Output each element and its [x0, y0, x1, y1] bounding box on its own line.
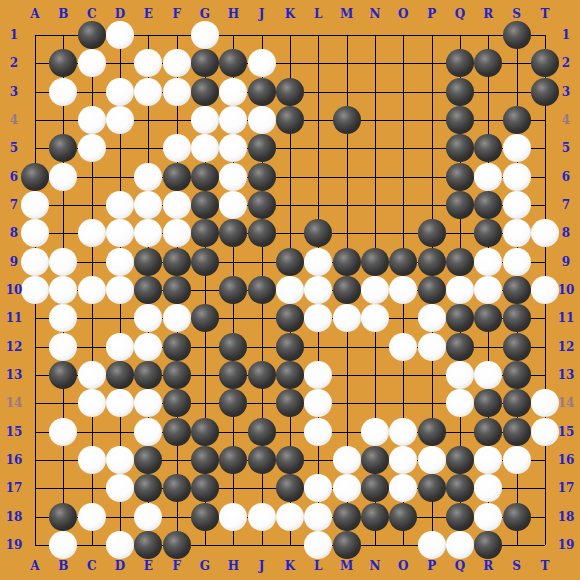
point-S4[interactable]	[502, 106, 530, 134]
point-J1[interactable]	[247, 21, 275, 49]
point-P15[interactable]	[417, 417, 445, 445]
point-E18[interactable]	[134, 502, 162, 530]
point-P1[interactable]	[417, 21, 445, 49]
point-R7[interactable]	[474, 191, 502, 219]
point-P2[interactable]	[417, 49, 445, 77]
point-F18[interactable]	[162, 502, 190, 530]
point-P18[interactable]	[417, 502, 445, 530]
point-P14[interactable]	[417, 389, 445, 417]
point-A18[interactable]	[21, 502, 49, 530]
point-L4[interactable]	[304, 106, 332, 134]
point-C19[interactable]	[77, 531, 105, 559]
point-K17[interactable]	[276, 474, 304, 502]
point-B1[interactable]	[49, 21, 77, 49]
point-F14[interactable]	[162, 389, 190, 417]
point-L17[interactable]	[304, 474, 332, 502]
point-T14[interactable]	[531, 389, 559, 417]
point-T12[interactable]	[531, 332, 559, 360]
point-D17[interactable]	[106, 474, 134, 502]
point-N4[interactable]	[361, 106, 389, 134]
point-G13[interactable]	[191, 361, 219, 389]
point-J14[interactable]	[247, 389, 275, 417]
point-Q1[interactable]	[446, 21, 474, 49]
point-E11[interactable]	[134, 304, 162, 332]
point-J13[interactable]	[247, 361, 275, 389]
point-N16[interactable]	[361, 446, 389, 474]
point-N8[interactable]	[361, 219, 389, 247]
point-G1[interactable]	[191, 21, 219, 49]
point-M16[interactable]	[332, 446, 360, 474]
point-H1[interactable]	[219, 21, 247, 49]
point-K10[interactable]	[276, 276, 304, 304]
point-P16[interactable]	[417, 446, 445, 474]
point-C11[interactable]	[77, 304, 105, 332]
point-H9[interactable]	[219, 247, 247, 275]
point-T10[interactable]	[531, 276, 559, 304]
point-A9[interactable]	[21, 247, 49, 275]
point-P6[interactable]	[417, 162, 445, 190]
point-E3[interactable]	[134, 77, 162, 105]
point-M7[interactable]	[332, 191, 360, 219]
point-Q7[interactable]	[446, 191, 474, 219]
point-H13[interactable]	[219, 361, 247, 389]
point-T6[interactable]	[531, 162, 559, 190]
point-O9[interactable]	[389, 247, 417, 275]
point-G15[interactable]	[191, 417, 219, 445]
point-L6[interactable]	[304, 162, 332, 190]
point-O7[interactable]	[389, 191, 417, 219]
point-S1[interactable]	[502, 21, 530, 49]
point-B9[interactable]	[49, 247, 77, 275]
point-H14[interactable]	[219, 389, 247, 417]
point-Q19[interactable]	[446, 531, 474, 559]
point-H19[interactable]	[219, 531, 247, 559]
point-A13[interactable]	[21, 361, 49, 389]
point-O5[interactable]	[389, 134, 417, 162]
point-O2[interactable]	[389, 49, 417, 77]
point-T17[interactable]	[531, 474, 559, 502]
point-O15[interactable]	[389, 417, 417, 445]
point-N17[interactable]	[361, 474, 389, 502]
point-H4[interactable]	[219, 106, 247, 134]
point-C5[interactable]	[77, 134, 105, 162]
point-E2[interactable]	[134, 49, 162, 77]
point-C1[interactable]	[77, 21, 105, 49]
point-D5[interactable]	[106, 134, 134, 162]
point-G8[interactable]	[191, 219, 219, 247]
point-G5[interactable]	[191, 134, 219, 162]
point-P12[interactable]	[417, 332, 445, 360]
point-A17[interactable]	[21, 474, 49, 502]
point-J16[interactable]	[247, 446, 275, 474]
point-N10[interactable]	[361, 276, 389, 304]
point-L1[interactable]	[304, 21, 332, 49]
point-D14[interactable]	[106, 389, 134, 417]
point-Q18[interactable]	[446, 502, 474, 530]
point-B10[interactable]	[49, 276, 77, 304]
point-S6[interactable]	[502, 162, 530, 190]
point-Q16[interactable]	[446, 446, 474, 474]
point-J10[interactable]	[247, 276, 275, 304]
point-R15[interactable]	[474, 417, 502, 445]
point-F8[interactable]	[162, 219, 190, 247]
point-S13[interactable]	[502, 361, 530, 389]
point-E4[interactable]	[134, 106, 162, 134]
point-G14[interactable]	[191, 389, 219, 417]
point-G6[interactable]	[191, 162, 219, 190]
point-D8[interactable]	[106, 219, 134, 247]
point-O12[interactable]	[389, 332, 417, 360]
point-F9[interactable]	[162, 247, 190, 275]
point-A7[interactable]	[21, 191, 49, 219]
point-L7[interactable]	[304, 191, 332, 219]
point-L12[interactable]	[304, 332, 332, 360]
point-R6[interactable]	[474, 162, 502, 190]
point-J17[interactable]	[247, 474, 275, 502]
point-B11[interactable]	[49, 304, 77, 332]
point-H8[interactable]	[219, 219, 247, 247]
point-F16[interactable]	[162, 446, 190, 474]
point-T9[interactable]	[531, 247, 559, 275]
point-D18[interactable]	[106, 502, 134, 530]
point-P10[interactable]	[417, 276, 445, 304]
point-A15[interactable]	[21, 417, 49, 445]
point-S15[interactable]	[502, 417, 530, 445]
point-D10[interactable]	[106, 276, 134, 304]
point-T7[interactable]	[531, 191, 559, 219]
point-N9[interactable]	[361, 247, 389, 275]
point-E5[interactable]	[134, 134, 162, 162]
point-O1[interactable]	[389, 21, 417, 49]
point-C6[interactable]	[77, 162, 105, 190]
point-J6[interactable]	[247, 162, 275, 190]
point-O3[interactable]	[389, 77, 417, 105]
point-S18[interactable]	[502, 502, 530, 530]
point-B17[interactable]	[49, 474, 77, 502]
point-K15[interactable]	[276, 417, 304, 445]
point-O8[interactable]	[389, 219, 417, 247]
point-H16[interactable]	[219, 446, 247, 474]
point-E17[interactable]	[134, 474, 162, 502]
point-C16[interactable]	[77, 446, 105, 474]
point-K6[interactable]	[276, 162, 304, 190]
point-D4[interactable]	[106, 106, 134, 134]
point-A4[interactable]	[21, 106, 49, 134]
point-P11[interactable]	[417, 304, 445, 332]
point-F5[interactable]	[162, 134, 190, 162]
point-S7[interactable]	[502, 191, 530, 219]
point-J18[interactable]	[247, 502, 275, 530]
point-R16[interactable]	[474, 446, 502, 474]
point-D6[interactable]	[106, 162, 134, 190]
point-Q10[interactable]	[446, 276, 474, 304]
point-B8[interactable]	[49, 219, 77, 247]
point-S17[interactable]	[502, 474, 530, 502]
point-N3[interactable]	[361, 77, 389, 105]
point-R8[interactable]	[474, 219, 502, 247]
point-J19[interactable]	[247, 531, 275, 559]
point-E6[interactable]	[134, 162, 162, 190]
point-F13[interactable]	[162, 361, 190, 389]
point-S19[interactable]	[502, 531, 530, 559]
point-Q3[interactable]	[446, 77, 474, 105]
point-E9[interactable]	[134, 247, 162, 275]
point-B12[interactable]	[49, 332, 77, 360]
point-R12[interactable]	[474, 332, 502, 360]
point-G9[interactable]	[191, 247, 219, 275]
point-J9[interactable]	[247, 247, 275, 275]
point-C2[interactable]	[77, 49, 105, 77]
point-J7[interactable]	[247, 191, 275, 219]
point-Q14[interactable]	[446, 389, 474, 417]
point-Q12[interactable]	[446, 332, 474, 360]
point-R13[interactable]	[474, 361, 502, 389]
point-L3[interactable]	[304, 77, 332, 105]
point-G12[interactable]	[191, 332, 219, 360]
point-S14[interactable]	[502, 389, 530, 417]
point-B19[interactable]	[49, 531, 77, 559]
point-T18[interactable]	[531, 502, 559, 530]
point-C17[interactable]	[77, 474, 105, 502]
point-L16[interactable]	[304, 446, 332, 474]
point-P17[interactable]	[417, 474, 445, 502]
point-A12[interactable]	[21, 332, 49, 360]
point-T3[interactable]	[531, 77, 559, 105]
point-A2[interactable]	[21, 49, 49, 77]
point-D16[interactable]	[106, 446, 134, 474]
point-J11[interactable]	[247, 304, 275, 332]
point-T2[interactable]	[531, 49, 559, 77]
point-D19[interactable]	[106, 531, 134, 559]
point-P8[interactable]	[417, 219, 445, 247]
point-Q2[interactable]	[446, 49, 474, 77]
point-F4[interactable]	[162, 106, 190, 134]
point-G11[interactable]	[191, 304, 219, 332]
point-E8[interactable]	[134, 219, 162, 247]
point-G19[interactable]	[191, 531, 219, 559]
point-N13[interactable]	[361, 361, 389, 389]
point-F6[interactable]	[162, 162, 190, 190]
point-H7[interactable]	[219, 191, 247, 219]
point-S2[interactable]	[502, 49, 530, 77]
point-E13[interactable]	[134, 361, 162, 389]
point-C4[interactable]	[77, 106, 105, 134]
point-Q11[interactable]	[446, 304, 474, 332]
point-O4[interactable]	[389, 106, 417, 134]
point-A11[interactable]	[21, 304, 49, 332]
point-M6[interactable]	[332, 162, 360, 190]
point-R3[interactable]	[474, 77, 502, 105]
point-L2[interactable]	[304, 49, 332, 77]
point-S8[interactable]	[502, 219, 530, 247]
point-R5[interactable]	[474, 134, 502, 162]
point-K3[interactable]	[276, 77, 304, 105]
point-Q9[interactable]	[446, 247, 474, 275]
point-L18[interactable]	[304, 502, 332, 530]
point-J15[interactable]	[247, 417, 275, 445]
point-M12[interactable]	[332, 332, 360, 360]
point-J4[interactable]	[247, 106, 275, 134]
point-M5[interactable]	[332, 134, 360, 162]
point-Q8[interactable]	[446, 219, 474, 247]
point-M9[interactable]	[332, 247, 360, 275]
point-L8[interactable]	[304, 219, 332, 247]
point-J12[interactable]	[247, 332, 275, 360]
point-P9[interactable]	[417, 247, 445, 275]
point-F2[interactable]	[162, 49, 190, 77]
point-S10[interactable]	[502, 276, 530, 304]
point-N15[interactable]	[361, 417, 389, 445]
point-A14[interactable]	[21, 389, 49, 417]
point-N2[interactable]	[361, 49, 389, 77]
point-T4[interactable]	[531, 106, 559, 134]
point-J3[interactable]	[247, 77, 275, 105]
point-H18[interactable]	[219, 502, 247, 530]
point-G16[interactable]	[191, 446, 219, 474]
point-R4[interactable]	[474, 106, 502, 134]
point-F7[interactable]	[162, 191, 190, 219]
point-E16[interactable]	[134, 446, 162, 474]
point-H5[interactable]	[219, 134, 247, 162]
point-C7[interactable]	[77, 191, 105, 219]
point-P19[interactable]	[417, 531, 445, 559]
point-J8[interactable]	[247, 219, 275, 247]
point-K19[interactable]	[276, 531, 304, 559]
point-D15[interactable]	[106, 417, 134, 445]
point-O17[interactable]	[389, 474, 417, 502]
point-J5[interactable]	[247, 134, 275, 162]
point-M4[interactable]	[332, 106, 360, 134]
point-D7[interactable]	[106, 191, 134, 219]
point-M19[interactable]	[332, 531, 360, 559]
point-Q17[interactable]	[446, 474, 474, 502]
point-A5[interactable]	[21, 134, 49, 162]
point-S3[interactable]	[502, 77, 530, 105]
point-C18[interactable]	[77, 502, 105, 530]
point-H17[interactable]	[219, 474, 247, 502]
point-T16[interactable]	[531, 446, 559, 474]
point-R1[interactable]	[474, 21, 502, 49]
point-H2[interactable]	[219, 49, 247, 77]
point-A16[interactable]	[21, 446, 49, 474]
point-C3[interactable]	[77, 77, 105, 105]
point-R2[interactable]	[474, 49, 502, 77]
point-P3[interactable]	[417, 77, 445, 105]
point-C12[interactable]	[77, 332, 105, 360]
point-N7[interactable]	[361, 191, 389, 219]
point-F17[interactable]	[162, 474, 190, 502]
point-F3[interactable]	[162, 77, 190, 105]
point-T15[interactable]	[531, 417, 559, 445]
point-P13[interactable]	[417, 361, 445, 389]
point-N5[interactable]	[361, 134, 389, 162]
point-M18[interactable]	[332, 502, 360, 530]
point-B5[interactable]	[49, 134, 77, 162]
point-C9[interactable]	[77, 247, 105, 275]
point-E7[interactable]	[134, 191, 162, 219]
point-O16[interactable]	[389, 446, 417, 474]
point-D11[interactable]	[106, 304, 134, 332]
point-N14[interactable]	[361, 389, 389, 417]
point-T8[interactable]	[531, 219, 559, 247]
point-R11[interactable]	[474, 304, 502, 332]
point-K14[interactable]	[276, 389, 304, 417]
point-H6[interactable]	[219, 162, 247, 190]
point-L10[interactable]	[304, 276, 332, 304]
point-L19[interactable]	[304, 531, 332, 559]
point-P5[interactable]	[417, 134, 445, 162]
point-Q4[interactable]	[446, 106, 474, 134]
point-M10[interactable]	[332, 276, 360, 304]
point-R17[interactable]	[474, 474, 502, 502]
point-S5[interactable]	[502, 134, 530, 162]
point-M2[interactable]	[332, 49, 360, 77]
point-S12[interactable]	[502, 332, 530, 360]
point-K13[interactable]	[276, 361, 304, 389]
point-F12[interactable]	[162, 332, 190, 360]
point-G7[interactable]	[191, 191, 219, 219]
point-F10[interactable]	[162, 276, 190, 304]
point-E19[interactable]	[134, 531, 162, 559]
point-G18[interactable]	[191, 502, 219, 530]
point-K11[interactable]	[276, 304, 304, 332]
point-C13[interactable]	[77, 361, 105, 389]
point-B4[interactable]	[49, 106, 77, 134]
point-B18[interactable]	[49, 502, 77, 530]
point-A8[interactable]	[21, 219, 49, 247]
point-N1[interactable]	[361, 21, 389, 49]
point-L9[interactable]	[304, 247, 332, 275]
point-E10[interactable]	[134, 276, 162, 304]
point-K9[interactable]	[276, 247, 304, 275]
point-S16[interactable]	[502, 446, 530, 474]
point-F1[interactable]	[162, 21, 190, 49]
point-O11[interactable]	[389, 304, 417, 332]
point-Q13[interactable]	[446, 361, 474, 389]
point-L13[interactable]	[304, 361, 332, 389]
point-E1[interactable]	[134, 21, 162, 49]
point-L5[interactable]	[304, 134, 332, 162]
point-C10[interactable]	[77, 276, 105, 304]
point-R14[interactable]	[474, 389, 502, 417]
point-Q5[interactable]	[446, 134, 474, 162]
point-O18[interactable]	[389, 502, 417, 530]
point-B14[interactable]	[49, 389, 77, 417]
point-M11[interactable]	[332, 304, 360, 332]
point-P7[interactable]	[417, 191, 445, 219]
point-G17[interactable]	[191, 474, 219, 502]
point-M3[interactable]	[332, 77, 360, 105]
point-H12[interactable]	[219, 332, 247, 360]
point-O10[interactable]	[389, 276, 417, 304]
point-R10[interactable]	[474, 276, 502, 304]
point-H10[interactable]	[219, 276, 247, 304]
point-G10[interactable]	[191, 276, 219, 304]
point-K16[interactable]	[276, 446, 304, 474]
point-C14[interactable]	[77, 389, 105, 417]
point-L15[interactable]	[304, 417, 332, 445]
point-O19[interactable]	[389, 531, 417, 559]
point-K1[interactable]	[276, 21, 304, 49]
point-E12[interactable]	[134, 332, 162, 360]
point-O13[interactable]	[389, 361, 417, 389]
point-Q6[interactable]	[446, 162, 474, 190]
point-H11[interactable]	[219, 304, 247, 332]
point-L14[interactable]	[304, 389, 332, 417]
point-K8[interactable]	[276, 219, 304, 247]
point-E14[interactable]	[134, 389, 162, 417]
point-K7[interactable]	[276, 191, 304, 219]
